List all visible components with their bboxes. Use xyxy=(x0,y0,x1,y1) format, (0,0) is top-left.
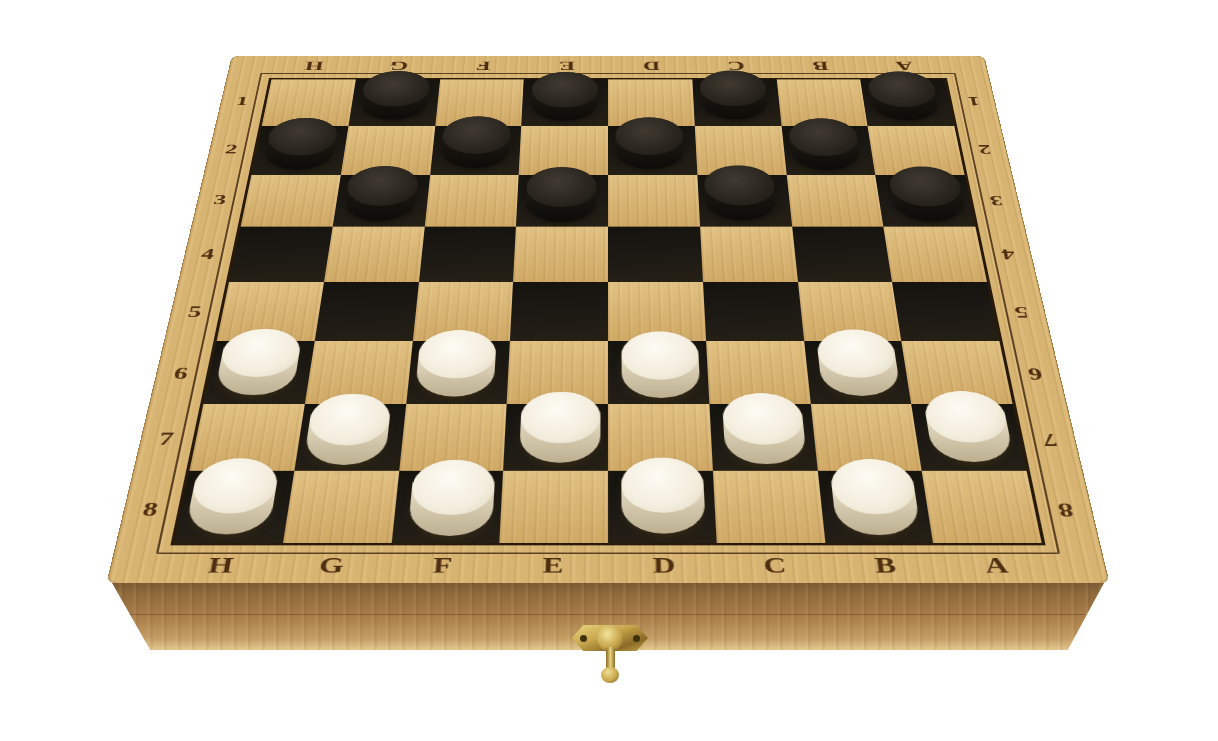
dark-checker-d2[interactable] xyxy=(606,125,695,174)
square-a3[interactable] xyxy=(875,174,975,226)
rank-label-right-6: 6 xyxy=(1006,342,1064,406)
file-label-top-h: H xyxy=(270,58,357,72)
checker-top-face xyxy=(699,70,768,106)
square-h2[interactable] xyxy=(251,125,348,174)
square-e7[interactable] xyxy=(503,403,608,470)
light-checker-c7[interactable] xyxy=(711,404,819,471)
square-e8[interactable] xyxy=(500,470,608,542)
light-checker-h8[interactable] xyxy=(171,470,291,542)
checker-top-face xyxy=(531,72,598,108)
rank-label-right-7: 7 xyxy=(1019,405,1080,473)
dark-checker-b2[interactable] xyxy=(778,126,872,175)
file-label-top-b: B xyxy=(777,58,863,72)
square-h8[interactable] xyxy=(174,470,294,542)
file-label-bottom-c: C xyxy=(719,553,832,578)
light-checker-f6[interactable] xyxy=(403,340,508,403)
square-c5[interactable] xyxy=(703,282,804,341)
playing-area xyxy=(170,78,1045,545)
light-checker-b8[interactable] xyxy=(818,470,934,542)
square-d8[interactable] xyxy=(608,470,716,542)
light-checker-b6[interactable] xyxy=(806,340,914,403)
light-checker-e7[interactable] xyxy=(507,403,612,470)
file-label-bottom-a: A xyxy=(939,553,1054,578)
square-c1[interactable] xyxy=(692,79,781,125)
square-f3[interactable] xyxy=(424,174,519,226)
file-label-bottom-h: H xyxy=(163,553,278,578)
rank-label-right-3: 3 xyxy=(970,174,1022,227)
rank-label-right-4: 4 xyxy=(981,226,1035,282)
dark-checker-c3[interactable] xyxy=(694,174,788,226)
latch-screw-left xyxy=(580,635,587,642)
light-checker-f8[interactable] xyxy=(395,471,507,543)
checker-top-face xyxy=(525,166,596,206)
box-fold-seam xyxy=(130,614,1085,615)
dark-checker-a1[interactable] xyxy=(858,79,952,125)
file-label-bottom-g: G xyxy=(275,553,389,578)
square-c4[interactable] xyxy=(700,226,798,281)
square-e5[interactable] xyxy=(510,282,608,341)
photo-background: HHGGFFEEDDCCBBAA1122334455667788 xyxy=(0,0,1218,741)
file-label-top-e: E xyxy=(524,58,609,72)
rank-label-right-1: 1 xyxy=(950,78,998,125)
square-f8[interactable] xyxy=(391,470,503,542)
square-a7[interactable] xyxy=(911,403,1026,470)
latch-screw-right xyxy=(633,635,640,642)
rank-label-left-1: 1 xyxy=(218,78,266,125)
square-g4[interactable] xyxy=(324,226,425,281)
square-b3[interactable] xyxy=(786,174,883,226)
square-a5[interactable] xyxy=(892,282,999,341)
square-d4[interactable] xyxy=(608,226,703,281)
square-b8[interactable] xyxy=(817,470,933,542)
light-checker-h6[interactable] xyxy=(202,339,313,402)
file-label-bottom-d: D xyxy=(609,553,720,578)
rank-label-right-2: 2 xyxy=(960,124,1010,173)
square-e4[interactable] xyxy=(513,226,608,281)
checker-top-face xyxy=(616,117,685,155)
square-d3[interactable] xyxy=(608,174,700,226)
light-checker-d8[interactable] xyxy=(610,469,718,541)
square-d6[interactable] xyxy=(608,340,709,403)
dark-checker-g1[interactable] xyxy=(348,78,439,124)
dark-checker-e3[interactable] xyxy=(514,175,606,227)
file-label-bottom-b: B xyxy=(829,553,943,578)
dark-checker-h2[interactable] xyxy=(251,126,348,175)
file-label-top-a: A xyxy=(861,58,948,72)
file-label-bottom-e: E xyxy=(498,553,609,578)
square-f4[interactable] xyxy=(419,226,517,281)
square-h3[interactable] xyxy=(241,174,341,226)
dark-checker-f2[interactable] xyxy=(429,124,521,173)
square-c8[interactable] xyxy=(713,470,825,542)
square-g7[interactable] xyxy=(294,403,406,470)
dark-checker-c1[interactable] xyxy=(690,78,779,124)
brass-latch xyxy=(572,625,648,689)
checker-top-face xyxy=(519,391,600,442)
square-h4[interactable] xyxy=(229,226,332,281)
rank-label-right-5: 5 xyxy=(993,282,1049,342)
latch-knob xyxy=(601,667,619,683)
square-c3[interactable] xyxy=(697,174,792,226)
square-a8[interactable] xyxy=(922,470,1042,542)
dark-checker-g3[interactable] xyxy=(331,174,428,226)
square-g3[interactable] xyxy=(332,174,429,226)
file-label-top-f: F xyxy=(440,58,525,72)
dark-checker-a3[interactable] xyxy=(878,175,978,227)
square-f6[interactable] xyxy=(406,340,510,403)
square-g8[interactable] xyxy=(283,470,399,542)
file-label-top-d: D xyxy=(609,58,694,72)
square-b4[interactable] xyxy=(792,226,893,281)
square-g5[interactable] xyxy=(314,282,418,341)
light-checker-d6[interactable] xyxy=(611,342,712,405)
square-d2[interactable] xyxy=(608,125,697,174)
square-g1[interactable] xyxy=(348,79,439,125)
square-f2[interactable] xyxy=(430,125,522,174)
square-c7[interactable] xyxy=(709,403,817,470)
square-e1[interactable] xyxy=(521,79,608,125)
square-e3[interactable] xyxy=(516,174,608,226)
dark-checker-e1[interactable] xyxy=(520,79,607,125)
rank-label-left-2: 2 xyxy=(206,124,256,173)
square-b2[interactable] xyxy=(781,125,875,174)
file-label-bottom-f: F xyxy=(386,553,499,578)
board: HHGGFFEEDDCCBBAA1122334455667788 xyxy=(106,55,1110,583)
square-a4[interactable] xyxy=(884,226,987,281)
rank-label-left-3: 3 xyxy=(194,174,246,227)
square-h6[interactable] xyxy=(203,340,314,403)
square-b6[interactable] xyxy=(804,340,912,403)
light-checker-a7[interactable] xyxy=(912,402,1027,469)
light-checker-g7[interactable] xyxy=(291,405,403,472)
square-a1[interactable] xyxy=(860,79,954,125)
